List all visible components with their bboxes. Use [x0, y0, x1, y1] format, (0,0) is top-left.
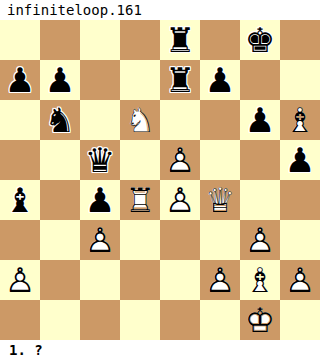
black-pawn: ♟ — [240, 100, 280, 140]
black-rook: ♜ — [160, 60, 200, 100]
square-h7[interactable] — [280, 60, 320, 100]
white-pawn: ♙ — [160, 140, 200, 180]
white-bishop: ♗ — [240, 260, 280, 300]
black-pawn: ♟ — [40, 60, 80, 100]
square-e1[interactable] — [160, 300, 200, 340]
square-b1[interactable] — [40, 300, 80, 340]
square-e8[interactable]: ♜ — [160, 20, 200, 60]
black-pawn: ♟ — [200, 60, 240, 100]
square-g2[interactable]: ♝♗ — [240, 260, 280, 300]
square-b8[interactable] — [40, 20, 80, 60]
black-king: ♚ — [240, 20, 280, 60]
square-h8[interactable] — [280, 20, 320, 60]
square-a7[interactable]: ♟ — [0, 60, 40, 100]
square-h4[interactable] — [280, 180, 320, 220]
square-e5[interactable]: ♟♙ — [160, 140, 200, 180]
white-bishop: ♗ — [280, 100, 320, 140]
white-pawn-fill: ♟ — [160, 140, 200, 180]
square-g8[interactable]: ♚ — [240, 20, 280, 60]
square-d5[interactable] — [120, 140, 160, 180]
white-knight: ♘ — [120, 100, 160, 140]
square-b5[interactable] — [40, 140, 80, 180]
square-f2[interactable]: ♟♙ — [200, 260, 240, 300]
white-pawn: ♙ — [240, 220, 280, 260]
square-f1[interactable] — [200, 300, 240, 340]
square-d2[interactable] — [120, 260, 160, 300]
white-bishop-fill: ♝ — [280, 100, 320, 140]
square-g6[interactable]: ♟ — [240, 100, 280, 140]
square-b6[interactable]: ♞ — [40, 100, 80, 140]
white-pawn: ♙ — [280, 260, 320, 300]
square-a1[interactable] — [0, 300, 40, 340]
square-a5[interactable] — [0, 140, 40, 180]
square-a6[interactable] — [0, 100, 40, 140]
white-pawn-fill: ♟ — [80, 220, 120, 260]
black-bishop: ♝ — [0, 180, 40, 220]
white-king-fill: ♚ — [240, 300, 280, 340]
square-g3[interactable]: ♟♙ — [240, 220, 280, 260]
square-h6[interactable]: ♝♗ — [280, 100, 320, 140]
chess-board: ♜♚♟♟♜♟♞♞♘♟♝♗♛♟♙♟♝♟♜♖♟♙♛♕♟♙♟♙♟♙♟♙♝♗♟♙♚♔ — [0, 20, 320, 340]
white-pawn: ♙ — [160, 180, 200, 220]
square-d6[interactable]: ♞♘ — [120, 100, 160, 140]
white-bishop-fill: ♝ — [240, 260, 280, 300]
square-d7[interactable] — [120, 60, 160, 100]
square-h3[interactable] — [280, 220, 320, 260]
square-c5[interactable]: ♛ — [80, 140, 120, 180]
square-g1[interactable]: ♚♔ — [240, 300, 280, 340]
square-c2[interactable] — [80, 260, 120, 300]
square-f4[interactable]: ♛♕ — [200, 180, 240, 220]
white-king: ♔ — [240, 300, 280, 340]
white-pawn-fill: ♟ — [0, 260, 40, 300]
square-b3[interactable] — [40, 220, 80, 260]
square-f8[interactable] — [200, 20, 240, 60]
square-c7[interactable] — [80, 60, 120, 100]
black-knight: ♞ — [40, 100, 80, 140]
square-a3[interactable] — [0, 220, 40, 260]
square-e3[interactable] — [160, 220, 200, 260]
square-h5[interactable]: ♟ — [280, 140, 320, 180]
square-d1[interactable] — [120, 300, 160, 340]
square-h1[interactable] — [280, 300, 320, 340]
square-c1[interactable] — [80, 300, 120, 340]
square-b4[interactable] — [40, 180, 80, 220]
white-pawn-fill: ♟ — [280, 260, 320, 300]
white-knight-fill: ♞ — [120, 100, 160, 140]
square-c3[interactable]: ♟♙ — [80, 220, 120, 260]
black-rook: ♜ — [160, 20, 200, 60]
white-pawn: ♙ — [0, 260, 40, 300]
black-pawn: ♟ — [80, 180, 120, 220]
square-b2[interactable] — [40, 260, 80, 300]
square-g5[interactable] — [240, 140, 280, 180]
square-a8[interactable] — [0, 20, 40, 60]
square-e6[interactable] — [160, 100, 200, 140]
square-g7[interactable] — [240, 60, 280, 100]
square-e4[interactable]: ♟♙ — [160, 180, 200, 220]
square-d8[interactable] — [120, 20, 160, 60]
white-rook-fill: ♜ — [120, 180, 160, 220]
white-rook: ♖ — [120, 180, 160, 220]
white-pawn-fill: ♟ — [160, 180, 200, 220]
square-h2[interactable]: ♟♙ — [280, 260, 320, 300]
white-pawn-fill: ♟ — [200, 260, 240, 300]
square-c6[interactable] — [80, 100, 120, 140]
square-b7[interactable]: ♟ — [40, 60, 80, 100]
black-pawn: ♟ — [0, 60, 40, 100]
square-a4[interactable]: ♝ — [0, 180, 40, 220]
square-f7[interactable]: ♟ — [200, 60, 240, 100]
move-prompt: 1. ? — [0, 340, 320, 360]
square-a2[interactable]: ♟♙ — [0, 260, 40, 300]
white-queen: ♕ — [200, 180, 240, 220]
black-pawn: ♟ — [280, 140, 320, 180]
square-f6[interactable] — [200, 100, 240, 140]
white-pawn: ♙ — [200, 260, 240, 300]
square-e7[interactable]: ♜ — [160, 60, 200, 100]
square-c8[interactable] — [80, 20, 120, 60]
square-c4[interactable]: ♟ — [80, 180, 120, 220]
white-queen-fill: ♛ — [200, 180, 240, 220]
square-d3[interactable] — [120, 220, 160, 260]
square-g4[interactable] — [240, 180, 280, 220]
square-d4[interactable]: ♜♖ — [120, 180, 160, 220]
white-pawn: ♙ — [80, 220, 120, 260]
page-title: infiniteloop.161 — [0, 0, 320, 20]
white-pawn-fill: ♟ — [240, 220, 280, 260]
chess-diagram-page: infiniteloop.161 ♜♚♟♟♜♟♞♞♘♟♝♗♛♟♙♟♝♟♜♖♟♙♛… — [0, 0, 320, 360]
square-f3[interactable] — [200, 220, 240, 260]
square-f5[interactable] — [200, 140, 240, 180]
black-queen: ♛ — [80, 140, 120, 180]
square-e2[interactable] — [160, 260, 200, 300]
